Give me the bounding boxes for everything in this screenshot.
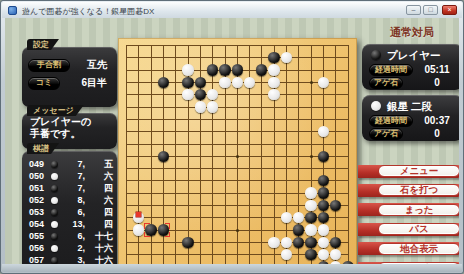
player-card-black: プレイヤー 経過時間 05:11 アゲ石 0: [362, 44, 459, 90]
black-stone-icon: [371, 50, 381, 60]
move-coord-x: 6,: [63, 206, 85, 218]
white-stone: [268, 64, 279, 75]
move-coord-y: 十六: [87, 242, 113, 254]
app-window: 遊んで囲碁が強くなる！銀星囲碁DX – □ × 設定 手合割 互先 コミ 6目半…: [0, 0, 464, 274]
action-button-3[interactable]: パス: [378, 223, 459, 235]
captures-label: アゲ石: [369, 77, 403, 89]
action-button-1[interactable]: 石を打つ: [378, 184, 459, 196]
black-stone: [219, 64, 230, 75]
cursor-brackets: [144, 223, 170, 237]
black-stone: [318, 212, 329, 223]
action-ribbon: 石を打つ: [358, 184, 459, 197]
white-stone: [330, 249, 341, 260]
client-area: 設定 手合割 互先 コミ 6目半 メッセージ プレイヤーの 手番です。 棋譜 0…: [5, 18, 459, 264]
record-panel: 棋譜 0497,五0507,六0517,四0528,六0536,四05413,四…: [22, 151, 117, 264]
white-stone: [293, 212, 304, 223]
move-coord-x: 7,: [63, 182, 85, 194]
settings-tab: 設定: [27, 39, 59, 50]
komi-row: コミ 6目半: [28, 77, 111, 89]
move-coord-x: 2,: [63, 242, 85, 254]
captures-row: アゲ石 0: [369, 128, 458, 139]
white-stone: [305, 200, 316, 211]
move-coord-x: 6,: [63, 230, 85, 242]
black-stone-icon: [51, 185, 58, 192]
black-stone: [158, 151, 169, 162]
move-number: 051: [29, 182, 44, 194]
captures-value: 0: [417, 77, 457, 88]
black-stone-icon: [51, 209, 58, 216]
captures-row: アゲ石 0: [369, 77, 458, 88]
action-ribbon: 地合表示: [358, 242, 459, 255]
window-status-bar: [2, 264, 462, 272]
black-stone: [318, 175, 329, 186]
record-row[interactable]: 0497,五: [25, 158, 114, 170]
move-number: 050: [29, 170, 44, 182]
title-bar[interactable]: 遊んで囲碁が強くなる！銀星囲碁DX – □ ×: [2, 2, 462, 18]
move-coord-y: 四: [87, 206, 113, 218]
black-stone-icon: [51, 233, 58, 240]
move-coord-y: 十七: [87, 230, 113, 242]
settings-panel: 設定 手合割 互先 コミ 6目半: [22, 47, 117, 107]
grid-line: [126, 45, 127, 264]
move-number: 056: [29, 242, 44, 254]
white-stone: [232, 77, 243, 88]
move-coord-y: 六: [87, 194, 113, 206]
black-stone-icon: [51, 161, 58, 168]
white-stone-icon: [51, 197, 58, 204]
white-stone: [281, 237, 292, 248]
grid-line: [286, 45, 287, 264]
move-number: 055: [29, 230, 44, 242]
black-stone: [330, 200, 341, 211]
move-coord-x: 13,: [63, 218, 85, 230]
record-tab: 棋譜: [27, 143, 59, 154]
last-move-marker: [136, 212, 141, 217]
white-stone: [318, 224, 329, 235]
message-tab: メッセージ: [27, 105, 84, 116]
action-button-4[interactable]: 地合表示: [378, 243, 459, 255]
move-coord-y: 四: [87, 182, 113, 194]
record-row[interactable]: 0507,六: [25, 170, 114, 182]
captures-label: アゲ石: [369, 128, 403, 140]
elapsed-time-value: 05:11: [417, 64, 457, 75]
white-stone-icon: [51, 173, 58, 180]
komi-value: 6目半: [81, 77, 107, 89]
grid-line: [126, 180, 348, 181]
handicap-label: 手合割: [28, 59, 70, 72]
star-point: [236, 229, 239, 232]
move-coord-x: 3,: [63, 254, 85, 264]
move-number: 054: [29, 218, 44, 230]
move-coord-y: 六: [87, 170, 113, 182]
black-stone: [158, 77, 169, 88]
white-stone-icon: [51, 221, 58, 228]
app-icon: [8, 6, 17, 15]
black-stone: [268, 52, 279, 63]
player-card-white: 銀星 二段 経過時間 00:37 アゲ石 0: [362, 95, 459, 141]
white-stone: [207, 89, 218, 100]
record-row[interactable]: 0528,六: [25, 194, 114, 206]
grid-line: [212, 45, 213, 264]
elapsed-time-label: 経過時間: [369, 115, 413, 127]
player-name: 銀星 二段: [387, 100, 432, 114]
record-row[interactable]: 05413,四: [25, 218, 114, 230]
white-stone: [305, 224, 316, 235]
black-stone: [305, 212, 316, 223]
white-stone: [182, 64, 193, 75]
black-stone: [305, 237, 316, 248]
star-point: [236, 155, 239, 158]
handicap-row: 手合割 互先: [28, 59, 111, 71]
white-stone-icon: [51, 245, 58, 252]
white-stone: [318, 249, 329, 260]
move-number: 057: [29, 254, 44, 264]
move-coord-y: 四: [87, 218, 113, 230]
player-name: プレイヤー: [387, 49, 440, 63]
white-stone: [268, 77, 279, 88]
elapsed-time-value: 00:37: [417, 115, 457, 126]
black-stone: [207, 64, 218, 75]
black-stone: [256, 64, 267, 75]
grid-line: [261, 45, 262, 264]
elapsed-time-row: 経過時間 00:37: [369, 115, 458, 126]
white-stone-icon: [371, 101, 381, 111]
move-number: 049: [29, 158, 44, 170]
white-stone: [281, 249, 292, 260]
grid-line: [335, 45, 336, 264]
white-stone: [305, 187, 316, 198]
record-row[interactable]: 0562,十六: [25, 242, 114, 254]
grid-line: [126, 168, 348, 169]
black-stone: [232, 64, 243, 75]
move-coord-y: 十六: [87, 254, 113, 264]
action-ribbon: まった: [358, 203, 459, 216]
white-stone: [244, 77, 255, 88]
black-stone: [182, 77, 193, 88]
action-ribbon: パス: [358, 223, 459, 236]
white-stone: [182, 89, 193, 100]
window-title: 遊んで囲碁が強くなる！銀星囲碁DX: [22, 6, 154, 17]
black-stone: [182, 237, 193, 248]
action-button-0[interactable]: メニュー: [378, 165, 459, 177]
white-stone: [281, 212, 292, 223]
black-stone: [330, 237, 341, 248]
black-stone: [293, 224, 304, 235]
close-button[interactable]: ×: [442, 5, 457, 15]
action-ribbon: メニュー: [358, 165, 459, 178]
white-stone: [207, 101, 218, 112]
captures-value: 0: [417, 128, 457, 139]
record-row[interactable]: 0536,四: [25, 206, 114, 218]
black-stone: [318, 187, 329, 198]
grid-line: [348, 45, 349, 264]
move-coord-y: 五: [87, 158, 113, 170]
white-stone: [133, 224, 144, 235]
black-stone-icon: [51, 257, 58, 264]
black-stone: [293, 237, 304, 248]
star-point: [310, 155, 313, 158]
black-stone: [305, 249, 316, 260]
go-board[interactable]: [118, 38, 357, 264]
record-row[interactable]: 0517,四: [25, 182, 114, 194]
black-stone: [318, 151, 329, 162]
black-stone: [318, 200, 329, 211]
move-coord-x: 8,: [63, 194, 85, 206]
black-stone: [195, 89, 206, 100]
handicap-value: 互先: [87, 59, 107, 71]
white-stone: [281, 52, 292, 63]
komi-label: コミ: [28, 77, 60, 90]
elapsed-time-label: 経過時間: [369, 64, 413, 76]
star-point: [310, 81, 313, 84]
elapsed-time-row: 経過時間 05:11: [369, 64, 458, 75]
black-stone: [195, 77, 206, 88]
grid-line: [175, 45, 176, 264]
record-row[interactable]: 0556,十七: [25, 230, 114, 242]
action-button-2[interactable]: まった: [378, 204, 459, 216]
move-number: 052: [29, 194, 44, 206]
minimize-button[interactable]: –: [406, 5, 421, 15]
record-list[interactable]: 0497,五0507,六0517,四0528,六0536,四05413,四055…: [25, 158, 114, 264]
move-number: 053: [29, 206, 44, 218]
match-type-label: 通常対局: [361, 25, 459, 40]
white-stone: [268, 237, 279, 248]
white-stone: [318, 237, 329, 248]
white-stone: [195, 101, 206, 112]
white-stone: [318, 126, 329, 137]
move-coord-x: 7,: [63, 158, 85, 170]
white-stone: [268, 89, 279, 100]
white-stone: [318, 77, 329, 88]
move-coord-x: 7,: [63, 170, 85, 182]
white-stone: [219, 77, 230, 88]
record-row[interactable]: 0573,十六: [25, 254, 114, 264]
message-text: プレイヤーの 手番です。: [30, 116, 91, 140]
maximize-button[interactable]: □: [423, 5, 438, 15]
